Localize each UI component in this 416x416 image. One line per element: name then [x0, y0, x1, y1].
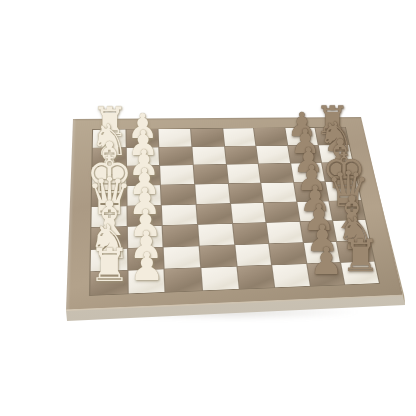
piece-layer: ♜♞♝♛♚♝♞♜♟♟♟♟♟♟♟♟♟♟♟♟♟♟♟♟♜♞♝♛♚♝♞♜ [0, 0, 416, 416]
white-pawn: ♟ [129, 248, 164, 287]
brown-rook: ♜ [341, 234, 380, 278]
white-rook: ♜ [89, 242, 130, 288]
brown-pawn: ♟ [309, 242, 343, 280]
chess-set-photo: ♜♞♝♛♚♝♞♜♟♟♟♟♟♟♟♟♟♟♟♟♟♟♟♟♜♞♝♛♚♝♞♜ [0, 0, 416, 416]
